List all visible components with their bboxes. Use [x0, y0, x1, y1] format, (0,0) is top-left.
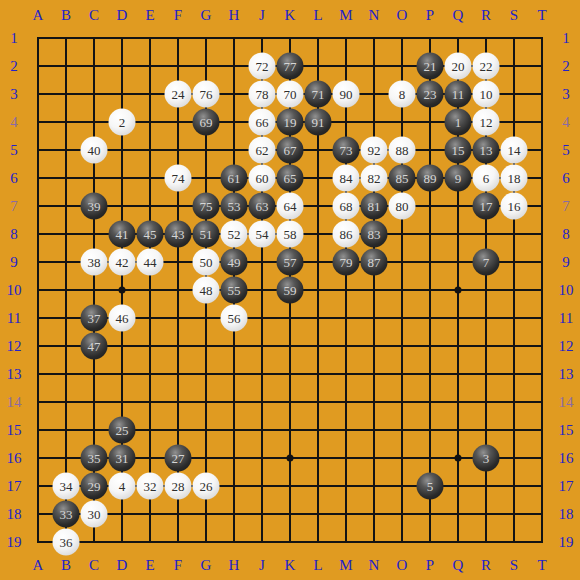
row-label-right-15: 15 — [559, 423, 574, 438]
stone-black-R9[interactable]: 7 — [473, 249, 500, 276]
move-number: 68 — [340, 193, 353, 220]
stone-white-J4[interactable]: 66 — [249, 109, 276, 136]
col-label-bottom-O: O — [397, 558, 408, 573]
stone-white-H8[interactable]: 52 — [221, 221, 248, 248]
stone-white-D4[interactable]: 2 — [109, 109, 136, 136]
col-label-top-F: F — [174, 8, 182, 23]
move-number: 31 — [116, 445, 129, 472]
col-label-bottom-N: N — [369, 558, 380, 573]
move-number: 25 — [116, 417, 129, 444]
stone-white-R6[interactable]: 6 — [473, 165, 500, 192]
col-label-bottom-C: C — [89, 558, 99, 573]
move-number: 51 — [200, 221, 213, 248]
stone-white-J8[interactable]: 54 — [249, 221, 276, 248]
row-label-left-4: 4 — [10, 115, 18, 130]
move-number: 55 — [228, 277, 241, 304]
stone-white-R2[interactable]: 22 — [473, 53, 500, 80]
row-label-right-19: 19 — [559, 535, 574, 550]
stone-white-G10[interactable]: 48 — [193, 277, 220, 304]
go-board[interactable]: AABBCCDDEEFFGGHHJJKKLLMMNNOOPPQQRRSSTT11… — [0, 0, 580, 580]
row-label-left-12: 12 — [7, 339, 22, 354]
col-label-bottom-S: S — [510, 558, 518, 573]
stone-black-P17[interactable]: 5 — [417, 473, 444, 500]
stone-black-Q6[interactable]: 9 — [445, 165, 472, 192]
stone-black-G7[interactable]: 75 — [193, 193, 220, 220]
move-number: 48 — [200, 277, 213, 304]
stone-black-H9[interactable]: 49 — [221, 249, 248, 276]
move-number: 18 — [508, 165, 521, 192]
stone-black-G8[interactable]: 51 — [193, 221, 220, 248]
move-number: 32 — [144, 473, 157, 500]
move-number: 6 — [483, 165, 490, 192]
stone-white-J6[interactable]: 60 — [249, 165, 276, 192]
move-number: 77 — [284, 53, 297, 80]
row-label-left-9: 9 — [10, 255, 18, 270]
col-label-bottom-F: F — [174, 558, 182, 573]
row-label-right-9: 9 — [562, 255, 570, 270]
stone-white-M3[interactable]: 90 — [333, 81, 360, 108]
row-label-left-14: 14 — [7, 395, 22, 410]
move-number: 19 — [284, 109, 297, 136]
move-number: 87 — [368, 249, 381, 276]
row-label-right-12: 12 — [559, 339, 574, 354]
move-number: 16 — [508, 193, 521, 220]
col-label-bottom-H: H — [229, 558, 240, 573]
stone-white-G17[interactable]: 26 — [193, 473, 220, 500]
move-number: 49 — [228, 249, 241, 276]
stone-black-M9[interactable]: 79 — [333, 249, 360, 276]
row-label-left-16: 16 — [7, 451, 22, 466]
move-number: 63 — [256, 193, 269, 220]
col-label-top-P: P — [426, 8, 434, 23]
stone-white-S7[interactable]: 16 — [501, 193, 528, 220]
row-label-right-4: 4 — [562, 115, 570, 130]
stone-white-M8[interactable]: 86 — [333, 221, 360, 248]
stone-black-N7[interactable]: 81 — [361, 193, 388, 220]
move-number: 13 — [480, 137, 493, 164]
col-label-top-H: H — [229, 8, 240, 23]
move-number: 86 — [340, 221, 353, 248]
move-number: 67 — [284, 137, 297, 164]
move-number: 72 — [256, 53, 269, 80]
move-number: 2 — [119, 109, 126, 136]
move-number: 28 — [172, 473, 185, 500]
star-point-D10 — [119, 287, 126, 294]
stone-black-K4[interactable]: 19 — [277, 109, 304, 136]
col-label-bottom-M: M — [339, 558, 352, 573]
row-label-left-2: 2 — [10, 59, 18, 74]
col-label-bottom-L: L — [313, 558, 322, 573]
row-label-left-7: 7 — [10, 199, 18, 214]
move-number: 85 — [396, 165, 409, 192]
move-number: 27 — [172, 445, 185, 472]
col-label-top-A: A — [33, 8, 44, 23]
stone-white-S5[interactable]: 14 — [501, 137, 528, 164]
move-number: 42 — [116, 249, 129, 276]
row-label-right-3: 3 — [562, 87, 570, 102]
row-label-right-16: 16 — [559, 451, 574, 466]
move-number: 78 — [256, 81, 269, 108]
row-label-right-6: 6 — [562, 171, 570, 186]
move-number: 60 — [256, 165, 269, 192]
stone-black-C16[interactable]: 35 — [81, 445, 108, 472]
stone-black-O6[interactable]: 85 — [389, 165, 416, 192]
move-number: 79 — [340, 249, 353, 276]
col-label-bottom-B: B — [61, 558, 71, 573]
stone-white-H11[interactable]: 56 — [221, 305, 248, 332]
stone-black-K5[interactable]: 67 — [277, 137, 304, 164]
move-number: 12 — [480, 109, 493, 136]
row-label-left-13: 13 — [7, 367, 22, 382]
stone-white-G3[interactable]: 76 — [193, 81, 220, 108]
row-label-left-17: 17 — [7, 479, 22, 494]
col-label-bottom-Q: Q — [453, 558, 464, 573]
move-number: 54 — [256, 221, 269, 248]
stone-white-D11[interactable]: 46 — [109, 305, 136, 332]
stone-black-H10[interactable]: 55 — [221, 277, 248, 304]
col-label-top-L: L — [313, 8, 322, 23]
move-number: 75 — [200, 193, 213, 220]
move-number: 23 — [424, 81, 437, 108]
move-number: 34 — [60, 473, 73, 500]
move-number: 8 — [399, 81, 406, 108]
stone-black-N8[interactable]: 83 — [361, 221, 388, 248]
move-number: 15 — [452, 137, 465, 164]
stone-black-Q3[interactable]: 11 — [445, 81, 472, 108]
stone-white-C18[interactable]: 30 — [81, 501, 108, 528]
move-number: 61 — [228, 165, 241, 192]
move-number: 89 — [424, 165, 437, 192]
col-label-bottom-R: R — [481, 558, 491, 573]
row-label-right-2: 2 — [562, 59, 570, 74]
stone-white-M6[interactable]: 84 — [333, 165, 360, 192]
move-number: 10 — [480, 81, 493, 108]
move-number: 58 — [284, 221, 297, 248]
move-number: 36 — [60, 529, 73, 556]
row-label-right-11: 11 — [559, 311, 573, 326]
move-number: 3 — [483, 445, 490, 472]
move-number: 9 — [455, 165, 462, 192]
move-number: 59 — [284, 277, 297, 304]
row-label-left-11: 11 — [7, 311, 21, 326]
move-number: 81 — [368, 193, 381, 220]
move-number: 91 — [312, 109, 325, 136]
move-number: 53 — [228, 193, 241, 220]
stone-white-K8[interactable]: 58 — [277, 221, 304, 248]
move-number: 11 — [452, 81, 465, 108]
stone-black-B18[interactable]: 33 — [53, 501, 80, 528]
stone-black-R5[interactable]: 13 — [473, 137, 500, 164]
move-number: 73 — [340, 137, 353, 164]
row-label-right-8: 8 — [562, 227, 570, 242]
stone-black-P2[interactable]: 21 — [417, 53, 444, 80]
stone-black-M5[interactable]: 73 — [333, 137, 360, 164]
row-label-left-15: 15 — [7, 423, 22, 438]
row-label-left-19: 19 — [7, 535, 22, 550]
move-number: 30 — [88, 501, 101, 528]
stone-black-C17[interactable]: 29 — [81, 473, 108, 500]
stone-black-F16[interactable]: 27 — [165, 445, 192, 472]
stone-black-R16[interactable]: 3 — [473, 445, 500, 472]
row-label-right-14: 14 — [559, 395, 574, 410]
stone-black-K9[interactable]: 57 — [277, 249, 304, 276]
move-number: 24 — [172, 81, 185, 108]
move-number: 64 — [284, 193, 297, 220]
stone-black-G4[interactable]: 69 — [193, 109, 220, 136]
col-label-bottom-K: K — [285, 558, 296, 573]
move-number: 80 — [396, 193, 409, 220]
col-label-top-N: N — [369, 8, 380, 23]
col-label-top-Q: Q — [453, 8, 464, 23]
stone-white-Q2[interactable]: 20 — [445, 53, 472, 80]
move-number: 46 — [116, 305, 129, 332]
stone-white-D17[interactable]: 4 — [109, 473, 136, 500]
stone-black-J7[interactable]: 63 — [249, 193, 276, 220]
stone-white-J5[interactable]: 62 — [249, 137, 276, 164]
row-label-left-18: 18 — [7, 507, 22, 522]
stone-white-C5[interactable]: 40 — [81, 137, 108, 164]
col-label-top-G: G — [201, 8, 212, 23]
row-label-left-6: 6 — [10, 171, 18, 186]
stone-white-B17[interactable]: 34 — [53, 473, 80, 500]
stone-black-C11[interactable]: 37 — [81, 305, 108, 332]
stone-white-F17[interactable]: 28 — [165, 473, 192, 500]
move-number: 35 — [88, 445, 101, 472]
move-number: 84 — [340, 165, 353, 192]
stone-black-D16[interactable]: 31 — [109, 445, 136, 472]
move-number: 65 — [284, 165, 297, 192]
col-label-bottom-T: T — [537, 558, 546, 573]
move-number: 39 — [88, 193, 101, 220]
stone-black-D15[interactable]: 25 — [109, 417, 136, 444]
row-label-right-1: 1 — [562, 31, 570, 46]
stone-white-R4[interactable]: 12 — [473, 109, 500, 136]
move-number: 4 — [119, 473, 126, 500]
move-number: 66 — [256, 109, 269, 136]
stone-white-K3[interactable]: 70 — [277, 81, 304, 108]
stone-white-J3[interactable]: 78 — [249, 81, 276, 108]
col-label-top-T: T — [537, 8, 546, 23]
col-label-top-O: O — [397, 8, 408, 23]
move-number: 82 — [368, 165, 381, 192]
move-number: 37 — [88, 305, 101, 332]
move-number: 70 — [284, 81, 297, 108]
col-label-top-J: J — [259, 8, 265, 23]
stone-white-E17[interactable]: 32 — [137, 473, 164, 500]
move-number: 43 — [172, 221, 185, 248]
move-number: 57 — [284, 249, 297, 276]
move-number: 62 — [256, 137, 269, 164]
stone-white-R3[interactable]: 10 — [473, 81, 500, 108]
row-label-right-17: 17 — [559, 479, 574, 494]
star-point-Q16 — [455, 455, 462, 462]
move-number: 45 — [144, 221, 157, 248]
stone-white-M7[interactable]: 68 — [333, 193, 360, 220]
stone-black-L3[interactable]: 71 — [305, 81, 332, 108]
stone-white-J2[interactable]: 72 — [249, 53, 276, 80]
col-label-top-S: S — [510, 8, 518, 23]
move-number: 17 — [480, 193, 493, 220]
move-number: 14 — [508, 137, 521, 164]
col-label-bottom-D: D — [117, 558, 128, 573]
stone-white-N5[interactable]: 92 — [361, 137, 388, 164]
move-number: 44 — [144, 249, 157, 276]
star-point-K16 — [287, 455, 294, 462]
move-number: 50 — [200, 249, 213, 276]
move-number: 92 — [368, 137, 381, 164]
stone-white-F3[interactable]: 24 — [165, 81, 192, 108]
row-label-right-13: 13 — [559, 367, 574, 382]
move-number: 83 — [368, 221, 381, 248]
move-number: 69 — [200, 109, 213, 136]
col-label-top-C: C — [89, 8, 99, 23]
row-label-left-1: 1 — [10, 31, 18, 46]
stone-white-N6[interactable]: 82 — [361, 165, 388, 192]
move-number: 26 — [200, 473, 213, 500]
col-label-top-M: M — [339, 8, 352, 23]
move-number: 22 — [480, 53, 493, 80]
star-point-Q10 — [455, 287, 462, 294]
move-number: 74 — [172, 165, 185, 192]
stone-white-O3[interactable]: 8 — [389, 81, 416, 108]
move-number: 21 — [424, 53, 437, 80]
stone-black-K10[interactable]: 59 — [277, 277, 304, 304]
move-number: 47 — [88, 333, 101, 360]
col-label-top-K: K — [285, 8, 296, 23]
col-label-top-B: B — [61, 8, 71, 23]
stone-black-Q4[interactable]: 1 — [445, 109, 472, 136]
row-label-left-5: 5 — [10, 143, 18, 158]
row-label-right-18: 18 — [559, 507, 574, 522]
stone-white-B19[interactable]: 36 — [53, 529, 80, 556]
col-label-bottom-J: J — [259, 558, 265, 573]
stone-black-L4[interactable]: 91 — [305, 109, 332, 136]
stone-white-S6[interactable]: 18 — [501, 165, 528, 192]
col-label-top-R: R — [481, 8, 491, 23]
stone-black-N9[interactable]: 87 — [361, 249, 388, 276]
stone-black-C12[interactable]: 47 — [81, 333, 108, 360]
row-label-right-7: 7 — [562, 199, 570, 214]
stone-black-P6[interactable]: 89 — [417, 165, 444, 192]
stone-white-K7[interactable]: 64 — [277, 193, 304, 220]
move-number: 41 — [116, 221, 129, 248]
col-label-top-D: D — [117, 8, 128, 23]
move-number: 1 — [455, 109, 462, 136]
stone-black-Q5[interactable]: 15 — [445, 137, 472, 164]
move-number: 71 — [312, 81, 325, 108]
stone-black-R7[interactable]: 17 — [473, 193, 500, 220]
col-label-bottom-A: A — [33, 558, 44, 573]
row-label-left-10: 10 — [7, 283, 22, 298]
move-number: 20 — [452, 53, 465, 80]
move-number: 38 — [88, 249, 101, 276]
move-number: 5 — [427, 473, 434, 500]
col-label-bottom-E: E — [145, 558, 154, 573]
move-number: 33 — [60, 501, 73, 528]
stone-black-C7[interactable]: 39 — [81, 193, 108, 220]
stone-black-H6[interactable]: 61 — [221, 165, 248, 192]
stone-black-H7[interactable]: 53 — [221, 193, 248, 220]
move-number: 56 — [228, 305, 241, 332]
row-label-left-8: 8 — [10, 227, 18, 242]
move-number: 90 — [340, 81, 353, 108]
move-number: 40 — [88, 137, 101, 164]
col-label-top-E: E — [145, 8, 154, 23]
stone-black-D8[interactable]: 41 — [109, 221, 136, 248]
row-label-left-3: 3 — [10, 87, 18, 102]
stone-white-G9[interactable]: 50 — [193, 249, 220, 276]
move-number: 29 — [88, 473, 101, 500]
stone-white-O7[interactable]: 80 — [389, 193, 416, 220]
stone-black-P3[interactable]: 23 — [417, 81, 444, 108]
stone-black-K2[interactable]: 77 — [277, 53, 304, 80]
move-number: 52 — [228, 221, 241, 248]
stone-black-E8[interactable]: 45 — [137, 221, 164, 248]
move-number: 88 — [396, 137, 409, 164]
row-label-right-10: 10 — [559, 283, 574, 298]
stone-white-E9[interactable]: 44 — [137, 249, 164, 276]
stone-white-O5[interactable]: 88 — [389, 137, 416, 164]
go-board-screenshot: AABBCCDDEEFFGGHHJJKKLLMMNNOOPPQQRRSSTT11… — [0, 0, 580, 580]
stone-white-D9[interactable]: 42 — [109, 249, 136, 276]
move-number: 7 — [483, 249, 490, 276]
col-label-bottom-P: P — [426, 558, 434, 573]
stone-white-F6[interactable]: 74 — [165, 165, 192, 192]
stone-black-K6[interactable]: 65 — [277, 165, 304, 192]
move-number: 76 — [200, 81, 213, 108]
stone-white-C9[interactable]: 38 — [81, 249, 108, 276]
col-label-bottom-G: G — [201, 558, 212, 573]
stone-black-F8[interactable]: 43 — [165, 221, 192, 248]
row-label-right-5: 5 — [562, 143, 570, 158]
